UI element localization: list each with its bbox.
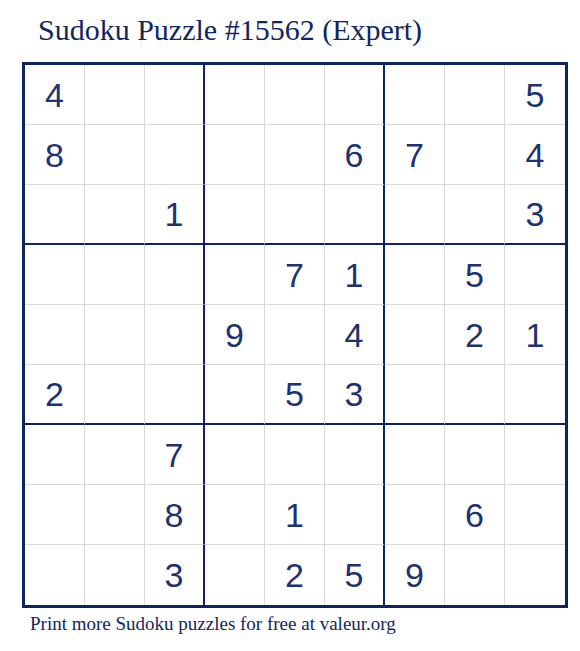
cell-r4c7: [385, 245, 445, 305]
cell-r4c4: [205, 245, 265, 305]
cell-r7c8: [445, 425, 505, 485]
cell-r3c9: 3: [505, 185, 565, 245]
cell-r3c8: [445, 185, 505, 245]
cell-r9c1: [25, 545, 85, 605]
cell-r5c4: 9: [205, 305, 265, 365]
given-digit: 5: [526, 78, 545, 112]
cell-r8c5: 1: [265, 485, 325, 545]
cell-r7c6: [325, 425, 385, 485]
given-digit: 5: [345, 558, 364, 592]
given-digit: 6: [465, 498, 484, 532]
given-digit: 1: [285, 498, 304, 532]
cell-r8c6: [325, 485, 385, 545]
cell-r1c8: [445, 65, 505, 125]
cell-r3c5: [265, 185, 325, 245]
cell-r2c6: 6: [325, 125, 385, 185]
cell-r1c3: [145, 65, 205, 125]
cell-r5c8: 2: [445, 305, 505, 365]
given-digit: 1: [526, 318, 545, 352]
cell-r4c3: [145, 245, 205, 305]
given-digit: 4: [526, 138, 545, 172]
given-digit: 6: [345, 138, 364, 172]
given-digit: 8: [45, 138, 64, 172]
cell-r3c4: [205, 185, 265, 245]
cell-r5c1: [25, 305, 85, 365]
cell-r6c2: [85, 365, 145, 425]
cell-r7c3: 7: [145, 425, 205, 485]
cell-r7c9: [505, 425, 565, 485]
given-digit: 2: [45, 377, 64, 411]
sudoku-board: 45867413715942125378163259: [22, 62, 568, 608]
cell-r3c6: [325, 185, 385, 245]
given-digit: 1: [165, 197, 184, 231]
given-digit: 5: [285, 377, 304, 411]
given-digit: 3: [345, 377, 364, 411]
cell-r2c1: 8: [25, 125, 85, 185]
cell-r7c1: [25, 425, 85, 485]
given-digit: 7: [405, 138, 424, 172]
cell-r1c6: [325, 65, 385, 125]
cell-r4c1: [25, 245, 85, 305]
cell-r1c2: [85, 65, 145, 125]
cell-r6c6: 3: [325, 365, 385, 425]
cell-r5c7: [385, 305, 445, 365]
cell-r7c5: [265, 425, 325, 485]
cell-r1c5: [265, 65, 325, 125]
given-digit: 1: [345, 258, 364, 292]
cell-r9c7: 9: [385, 545, 445, 605]
cell-r6c1: 2: [25, 365, 85, 425]
given-digit: 4: [45, 78, 64, 112]
cell-r9c6: 5: [325, 545, 385, 605]
cell-r1c1: 4: [25, 65, 85, 125]
cell-r8c8: 6: [445, 485, 505, 545]
cell-r3c2: [85, 185, 145, 245]
cell-r1c7: [385, 65, 445, 125]
cell-r7c7: [385, 425, 445, 485]
cell-r2c3: [145, 125, 205, 185]
cell-r4c8: 5: [445, 245, 505, 305]
footer-credit: Print more Sudoku puzzles for free at va…: [30, 613, 396, 635]
cell-r6c7: [385, 365, 445, 425]
cell-r9c4: [205, 545, 265, 605]
cell-r1c4: [205, 65, 265, 125]
cell-r7c2: [85, 425, 145, 485]
given-digit: 8: [165, 498, 184, 532]
cell-r6c4: [205, 365, 265, 425]
given-digit: 9: [405, 558, 424, 592]
cell-r7c4: [205, 425, 265, 485]
cell-r9c2: [85, 545, 145, 605]
cell-r4c2: [85, 245, 145, 305]
cell-r3c1: [25, 185, 85, 245]
cell-r5c5: [265, 305, 325, 365]
cell-r5c6: 4: [325, 305, 385, 365]
cell-r1c9: 5: [505, 65, 565, 125]
cell-r9c9: [505, 545, 565, 605]
given-digit: 4: [345, 318, 364, 352]
cell-r8c2: [85, 485, 145, 545]
given-digit: 9: [225, 318, 244, 352]
cell-r2c7: 7: [385, 125, 445, 185]
cell-r4c5: 7: [265, 245, 325, 305]
cell-r8c7: [385, 485, 445, 545]
cell-r8c4: [205, 485, 265, 545]
given-digit: 3: [526, 197, 545, 231]
cell-r2c8: [445, 125, 505, 185]
cell-r6c5: 5: [265, 365, 325, 425]
puzzle-title: Sudoku Puzzle #15562 (Expert): [38, 13, 422, 48]
cell-r8c3: 8: [145, 485, 205, 545]
cell-r4c9: [505, 245, 565, 305]
given-digit: 2: [285, 558, 304, 592]
cell-r4c6: 1: [325, 245, 385, 305]
cell-r2c9: 4: [505, 125, 565, 185]
cell-r3c3: 1: [145, 185, 205, 245]
cell-r5c2: [85, 305, 145, 365]
cell-r9c5: 2: [265, 545, 325, 605]
given-digit: 3: [165, 558, 184, 592]
given-digit: 7: [165, 438, 184, 472]
sudoku-print-page: Sudoku Puzzle #15562 (Expert) 4586741371…: [0, 0, 580, 651]
cell-r6c3: [145, 365, 205, 425]
given-digit: 2: [465, 318, 484, 352]
given-digit: 7: [285, 258, 304, 292]
cell-r2c2: [85, 125, 145, 185]
cell-r8c1: [25, 485, 85, 545]
given-digit: 5: [465, 258, 484, 292]
cell-r5c9: 1: [505, 305, 565, 365]
cell-r2c4: [205, 125, 265, 185]
cell-r2c5: [265, 125, 325, 185]
cell-r8c9: [505, 485, 565, 545]
cell-r9c8: [445, 545, 505, 605]
cell-r5c3: [145, 305, 205, 365]
cell-r6c9: [505, 365, 565, 425]
cell-r3c7: [385, 185, 445, 245]
cell-r6c8: [445, 365, 505, 425]
cell-r9c3: 3: [145, 545, 205, 605]
